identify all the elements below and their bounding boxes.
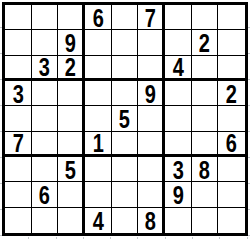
sudoku-cell-r3c5[interactable]: [112, 56, 139, 81]
sudoku-cell-r9c9[interactable]: [218, 208, 245, 233]
given-digit: 9: [65, 30, 76, 55]
sudoku-cell-r9c2[interactable]: [32, 208, 59, 233]
sudoku-cell-r7c8[interactable]: 8: [192, 157, 219, 182]
sudoku-cell-r6c8[interactable]: [192, 132, 219, 157]
sudoku-cell-r1c3[interactable]: [58, 5, 85, 30]
sudoku-cell-r5c3[interactable]: [58, 106, 85, 131]
given-digit: 3: [39, 56, 50, 81]
sudoku-cell-r1c1[interactable]: [5, 5, 32, 30]
sudoku-board: 679232439257165386948: [2, 2, 248, 236]
given-digit: 6: [92, 5, 103, 30]
sudoku-cell-r1c7[interactable]: [165, 5, 192, 30]
sudoku-cell-r7c3[interactable]: 5: [58, 157, 85, 182]
sudoku-cell-r6c1[interactable]: 7: [5, 132, 32, 157]
sudoku-cell-r5c4[interactable]: [85, 106, 112, 131]
given-digit: 9: [145, 81, 156, 106]
sudoku-cell-r4c1[interactable]: 3: [5, 81, 32, 106]
sudoku-cell-r8c3[interactable]: [58, 182, 85, 207]
sudoku-cell-r7c2[interactable]: [32, 157, 59, 182]
sudoku-cell-r9c5[interactable]: [112, 208, 139, 233]
sudoku-cell-r3c1[interactable]: [5, 56, 32, 81]
sudoku-cell-r6c6[interactable]: [138, 132, 165, 157]
given-digit: 3: [12, 81, 23, 106]
sudoku-cell-r5c5[interactable]: 5: [112, 106, 139, 131]
given-digit: 2: [226, 81, 237, 106]
sudoku-cell-r9c7[interactable]: [165, 208, 192, 233]
sudoku-cell-r3c6[interactable]: [138, 56, 165, 81]
sudoku-cell-r4c9[interactable]: 2: [218, 81, 245, 106]
sudoku-cell-r1c5[interactable]: [112, 5, 139, 30]
sudoku-cell-r4c7[interactable]: [165, 81, 192, 106]
given-digit: 6: [39, 182, 50, 207]
given-digit: 2: [65, 56, 76, 81]
sudoku-cell-r6c3[interactable]: [58, 132, 85, 157]
sudoku-cell-r4c6[interactable]: 9: [138, 81, 165, 106]
sudoku-cell-r2c3[interactable]: 9: [58, 30, 85, 55]
sudoku-cell-r6c4[interactable]: 1: [85, 132, 112, 157]
sudoku-cell-r9c3[interactable]: [58, 208, 85, 233]
sudoku-cell-r9c6[interactable]: 8: [138, 208, 165, 233]
sudoku-cell-r3c4[interactable]: [85, 56, 112, 81]
sudoku-cell-r4c2[interactable]: [32, 81, 59, 106]
sudoku-cell-r3c9[interactable]: [218, 56, 245, 81]
sudoku-cell-r4c4[interactable]: [85, 81, 112, 106]
sudoku-cell-r2c2[interactable]: [32, 30, 59, 55]
sudoku-cell-r8c5[interactable]: [112, 182, 139, 207]
sudoku-cell-r8c1[interactable]: [5, 182, 32, 207]
sudoku-cell-r6c5[interactable]: [112, 132, 139, 157]
sudoku-cell-r4c3[interactable]: [58, 81, 85, 106]
given-digit: 7: [145, 5, 156, 30]
given-digit: 5: [119, 106, 130, 131]
sudoku-cell-r7c9[interactable]: [218, 157, 245, 182]
sudoku-cell-r8c4[interactable]: [85, 182, 112, 207]
sudoku-cell-r2c5[interactable]: [112, 30, 139, 55]
given-digit: 3: [172, 157, 183, 182]
sudoku-cell-r5c9[interactable]: [218, 106, 245, 131]
sudoku-cell-r5c8[interactable]: [192, 106, 219, 131]
sudoku-cell-r1c2[interactable]: [32, 5, 59, 30]
given-digit: 7: [12, 132, 23, 157]
sudoku-cell-r1c8[interactable]: [192, 5, 219, 30]
sudoku-cell-r2c6[interactable]: [138, 30, 165, 55]
sudoku-cell-r1c9[interactable]: [218, 5, 245, 30]
sudoku-cell-r7c4[interactable]: [85, 157, 112, 182]
sudoku-cell-r8c2[interactable]: 6: [32, 182, 59, 207]
right-gridline-ticks: [248, 2, 250, 236]
sudoku-cell-r4c5[interactable]: [112, 81, 139, 106]
given-digit: 8: [145, 208, 156, 233]
given-digit: 4: [172, 56, 183, 81]
sudoku-cell-r2c1[interactable]: [5, 30, 32, 55]
sudoku-cell-r1c4[interactable]: 6: [85, 5, 112, 30]
sudoku-cell-r3c3[interactable]: 2: [58, 56, 85, 81]
given-digit: 8: [199, 157, 210, 182]
sudoku-cell-r3c2[interactable]: 3: [32, 56, 59, 81]
sudoku-cell-r5c2[interactable]: [32, 106, 59, 131]
sudoku-cell-r8c7[interactable]: 9: [165, 182, 192, 207]
bottom-gridline-ticks: [2, 237, 248, 239]
sudoku-cell-r7c1[interactable]: [5, 157, 32, 182]
sudoku-cell-r6c2[interactable]: [32, 132, 59, 157]
sudoku-cell-r2c4[interactable]: [85, 30, 112, 55]
sudoku-cell-r8c9[interactable]: [218, 182, 245, 207]
sudoku-cell-r9c4[interactable]: 4: [85, 208, 112, 233]
sudoku-cell-r6c7[interactable]: [165, 132, 192, 157]
given-digit: 9: [172, 182, 183, 207]
sudoku-screen: 679232439257165386948: [0, 0, 250, 239]
sudoku-cell-r7c7[interactable]: 3: [165, 157, 192, 182]
given-digit: 6: [226, 132, 237, 157]
sudoku-cell-r8c6[interactable]: [138, 182, 165, 207]
sudoku-cell-r8c8[interactable]: [192, 182, 219, 207]
sudoku-cell-r2c8[interactable]: 2: [192, 30, 219, 55]
given-digit: 4: [92, 208, 103, 233]
sudoku-cell-r3c7[interactable]: 4: [165, 56, 192, 81]
sudoku-cell-r7c5[interactable]: [112, 157, 139, 182]
sudoku-cell-r2c9[interactable]: [218, 30, 245, 55]
given-digit: 1: [92, 132, 103, 157]
sudoku-cell-r3c8[interactable]: [192, 56, 219, 81]
sudoku-cell-r5c7[interactable]: [165, 106, 192, 131]
given-digit: 5: [65, 157, 76, 182]
sudoku-cell-r6c9[interactable]: 6: [218, 132, 245, 157]
sudoku-cell-r5c6[interactable]: [138, 106, 165, 131]
sudoku-cell-r9c8[interactable]: [192, 208, 219, 233]
given-digit: 2: [199, 30, 210, 55]
sudoku-cell-r9c1[interactable]: [5, 208, 32, 233]
sudoku-cell-r4c8[interactable]: [192, 81, 219, 106]
sudoku-cell-r7c6[interactable]: [138, 157, 165, 182]
sudoku-cell-r2c7[interactable]: [165, 30, 192, 55]
sudoku-cell-r5c1[interactable]: [5, 106, 32, 131]
sudoku-cell-r1c6[interactable]: 7: [138, 5, 165, 30]
